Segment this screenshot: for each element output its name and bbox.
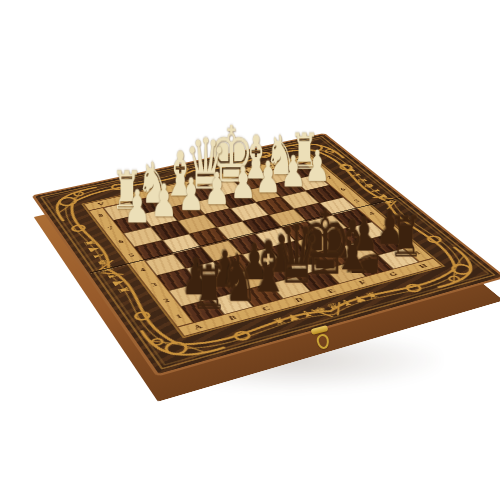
product-photo-scene: ♜♟♝♚♛♝♟♜ ♜♟♝♚♛♝♟♜ ♜♟♝♚♛♝♟♜ ABCDEFGH ABCD… bbox=[0, 0, 500, 500]
brass-latch bbox=[311, 327, 333, 349]
latch-hook-icon bbox=[316, 333, 331, 350]
